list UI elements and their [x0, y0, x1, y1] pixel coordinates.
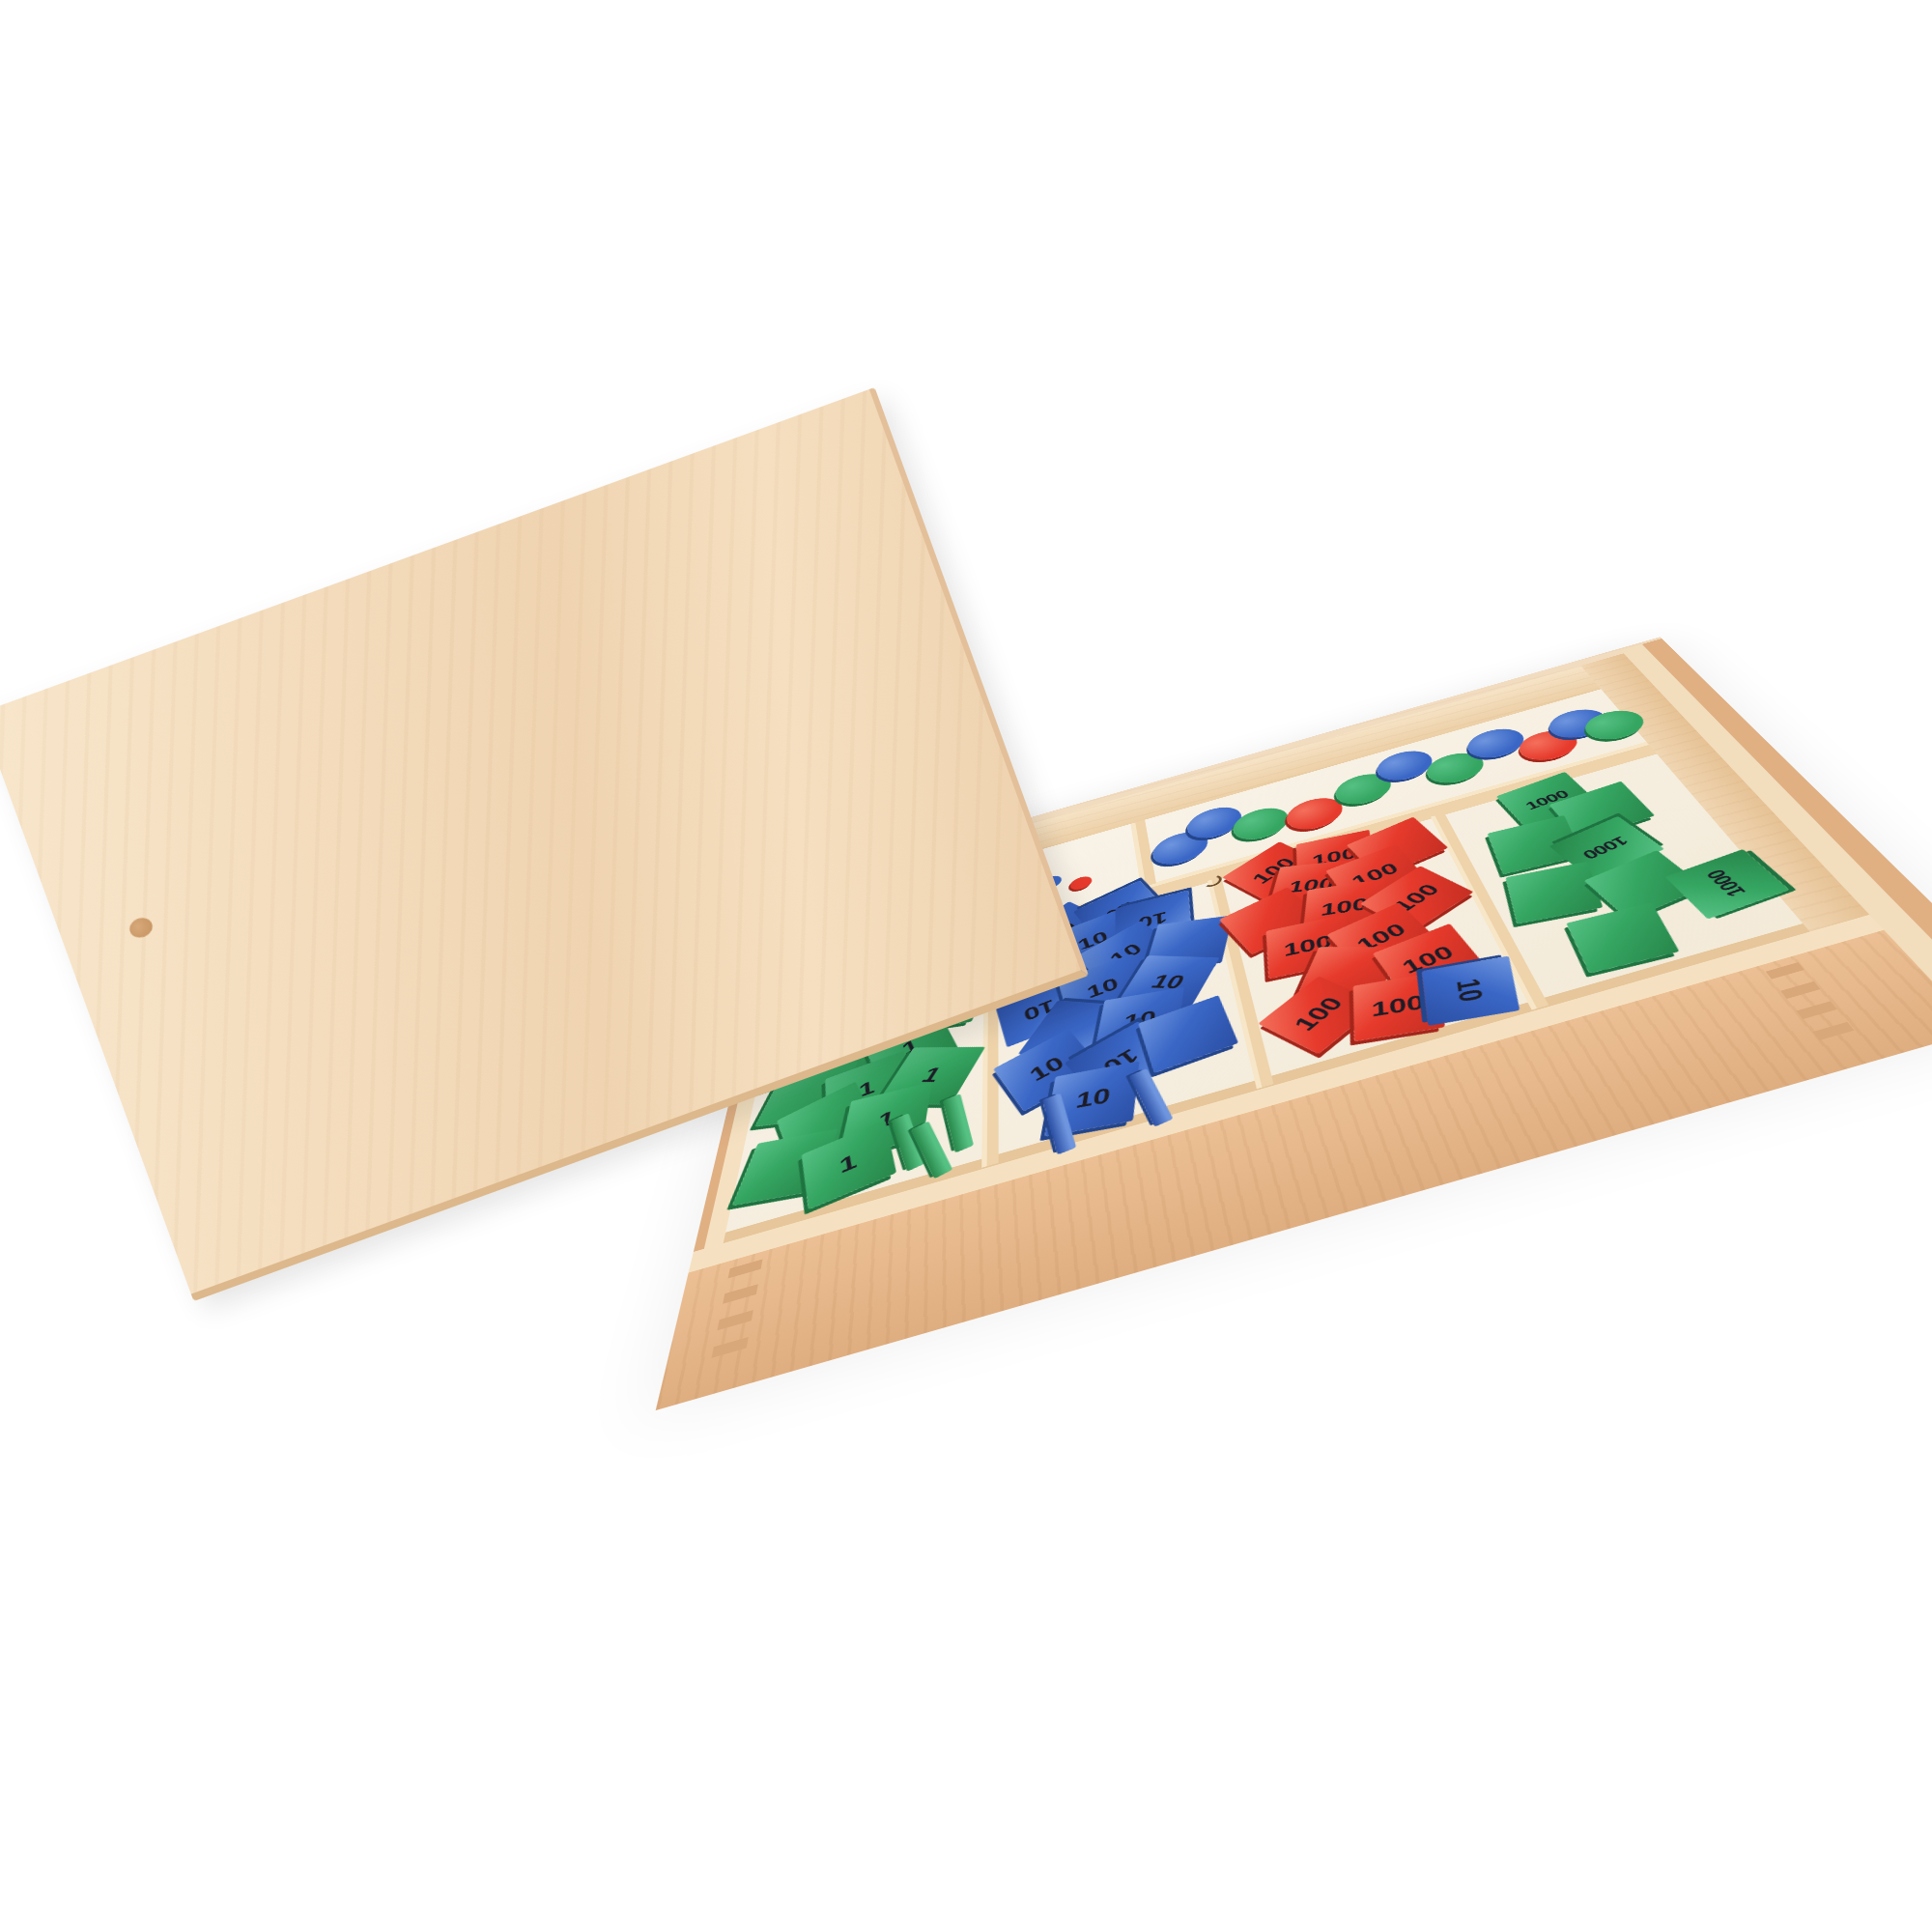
- product-photo-canvas: 1111111111 10101010101010101010101010 10…: [0, 0, 1932, 1932]
- small-piece-red: [1069, 874, 1092, 892]
- counter-disc-green: [1230, 803, 1293, 845]
- number-tile-green-blank: [1566, 902, 1679, 973]
- number-tile-green-blank: [1505, 862, 1603, 923]
- tile-edge-on-green: [943, 1094, 974, 1152]
